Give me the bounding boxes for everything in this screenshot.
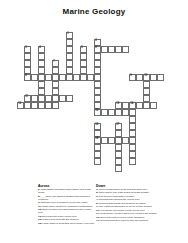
- crossword-cell[interactable]: [101, 109, 108, 116]
- empty-space: [115, 60, 122, 67]
- empty-space: [150, 60, 157, 67]
- empty-space: [157, 158, 164, 165]
- clue-item: 8) ___ shelf, the shallow seabed that bo…: [38, 195, 95, 201]
- crossword-cell[interactable]: [94, 95, 101, 102]
- crossword-cell[interactable]: 4: [38, 46, 45, 53]
- crossword-cell[interactable]: [94, 67, 101, 74]
- crossword-cell[interactable]: [66, 67, 73, 74]
- crossword-cell[interactable]: [94, 88, 101, 95]
- empty-space: [80, 39, 87, 46]
- crossword-cell[interactable]: [52, 88, 59, 95]
- crossword-cell[interactable]: [115, 144, 122, 151]
- empty-space: [150, 53, 157, 60]
- empty-space: [45, 123, 52, 130]
- empty-space: [10, 116, 17, 123]
- empty-space: [129, 95, 136, 102]
- empty-space: [143, 151, 150, 158]
- empty-space: [157, 102, 164, 109]
- empty-space: [45, 165, 52, 172]
- empty-space: [45, 151, 52, 158]
- empty-space: [136, 151, 143, 158]
- empty-space: [87, 123, 94, 130]
- crossword-cell[interactable]: [143, 102, 150, 109]
- empty-space: [150, 39, 157, 46]
- empty-space: [17, 123, 24, 130]
- crossword-cell[interactable]: [52, 95, 59, 102]
- crossword-cell[interactable]: [38, 81, 45, 88]
- crossword-cell[interactable]: 6: [94, 46, 101, 53]
- empty-space: [73, 123, 80, 130]
- crossword-cell[interactable]: [115, 165, 122, 172]
- empty-space: [136, 60, 143, 67]
- empty-space: [73, 39, 80, 46]
- empty-space: [101, 151, 108, 158]
- empty-space: [66, 109, 73, 116]
- empty-space: [108, 158, 115, 165]
- empty-space: [73, 116, 80, 123]
- down-clue-list: 1) River mouth where fresh and salt wate…: [96, 188, 182, 222]
- crossword-cell[interactable]: [80, 60, 87, 67]
- puzzle-title: Marine Geology: [0, 7, 188, 16]
- empty-space: [150, 109, 157, 116]
- cell-number: 1: [67, 33, 68, 36]
- empty-space: [10, 144, 17, 151]
- across-clues-column: Across 6) Underwater mountain chain wher…: [38, 184, 95, 225]
- empty-space: [73, 81, 80, 88]
- empty-space: [31, 151, 38, 158]
- empty-space: [150, 130, 157, 137]
- empty-space: [24, 165, 31, 172]
- empty-space: [59, 165, 66, 172]
- empty-space: [101, 95, 108, 102]
- crossword-cell[interactable]: [122, 109, 129, 116]
- empty-space: [101, 102, 108, 109]
- empty-space: [59, 130, 66, 137]
- empty-space: [10, 95, 17, 102]
- crossword-cell[interactable]: [94, 158, 101, 165]
- empty-space: [31, 165, 38, 172]
- crossword-cell[interactable]: [87, 74, 94, 81]
- empty-space: [157, 67, 164, 74]
- empty-space: [157, 165, 164, 172]
- empty-space: [38, 130, 45, 137]
- crossword-cell[interactable]: [150, 74, 157, 81]
- empty-space: [129, 32, 136, 39]
- empty-space: [122, 130, 129, 137]
- empty-space: [80, 95, 87, 102]
- empty-space: [108, 81, 115, 88]
- empty-space: [73, 158, 80, 165]
- empty-space: [108, 130, 115, 137]
- clue-number: 8): [38, 195, 41, 198]
- empty-space: [59, 137, 66, 144]
- empty-space: [66, 116, 73, 123]
- empty-space: [38, 109, 45, 116]
- empty-space: [45, 116, 52, 123]
- empty-space: [10, 39, 17, 46]
- crossword-cell[interactable]: 2: [94, 39, 101, 46]
- empty-space: [24, 39, 31, 46]
- empty-space: [129, 53, 136, 60]
- empty-space: [45, 53, 52, 60]
- empty-space: [143, 46, 150, 53]
- crossword-cell[interactable]: [157, 74, 164, 81]
- empty-space: [101, 39, 108, 46]
- crossword-cell[interactable]: 17: [115, 123, 122, 130]
- crossword-cell[interactable]: [52, 81, 59, 88]
- empty-space: [52, 116, 59, 123]
- empty-space: [24, 144, 31, 151]
- crossword-cell[interactable]: [80, 53, 87, 60]
- empty-space: [87, 53, 94, 60]
- empty-space: [108, 32, 115, 39]
- clue-item: 18) Large slabs of crust that move slowl…: [38, 222, 95, 225]
- empty-space: [66, 137, 73, 144]
- empty-space: [73, 102, 80, 109]
- crossword-cell[interactable]: [122, 137, 129, 144]
- empty-space: [52, 39, 59, 46]
- empty-space: [17, 39, 24, 46]
- crossword-cell[interactable]: [143, 88, 150, 95]
- crossword-cell[interactable]: [108, 137, 115, 144]
- empty-space: [10, 151, 17, 158]
- crossword-cell[interactable]: [101, 137, 108, 144]
- crossword-cell[interactable]: [38, 102, 45, 109]
- empty-space: [24, 116, 31, 123]
- empty-space: [143, 137, 150, 144]
- empty-space: [136, 109, 143, 116]
- empty-space: [10, 32, 17, 39]
- empty-space: [143, 158, 150, 165]
- empty-space: [31, 67, 38, 74]
- empty-space: [17, 116, 24, 123]
- empty-space: [108, 116, 115, 123]
- crossword-cell[interactable]: [66, 74, 73, 81]
- empty-space: [87, 39, 94, 46]
- empty-space: [59, 144, 66, 151]
- crossword-cell[interactable]: 8: [24, 74, 31, 81]
- crossword-cell[interactable]: [129, 151, 136, 158]
- empty-space: [73, 46, 80, 53]
- crossword-cell[interactable]: 15: [94, 109, 101, 116]
- crossword-cell[interactable]: [129, 130, 136, 137]
- empty-space: [101, 144, 108, 151]
- empty-space: [10, 88, 17, 95]
- empty-space: [45, 67, 52, 74]
- empty-space: [87, 151, 94, 158]
- empty-space: [31, 144, 38, 151]
- crossword-cell[interactable]: [115, 158, 122, 165]
- empty-space: [122, 116, 129, 123]
- empty-space: [52, 130, 59, 137]
- empty-space: [73, 95, 80, 102]
- crossword-cell[interactable]: 12: [17, 102, 24, 109]
- crossword-cell[interactable]: [143, 81, 150, 88]
- crossword-cell[interactable]: [24, 102, 31, 109]
- empty-space: [87, 67, 94, 74]
- empty-space: [87, 32, 94, 39]
- empty-space: [143, 123, 150, 130]
- crossword-cell[interactable]: 5: [80, 46, 87, 53]
- empty-space: [157, 88, 164, 95]
- cell-number: 16: [95, 124, 98, 127]
- empty-space: [73, 137, 80, 144]
- crossword-cell[interactable]: [129, 158, 136, 165]
- crossword-cell[interactable]: [80, 67, 87, 74]
- crossword-cell[interactable]: [80, 74, 87, 81]
- empty-space: [101, 81, 108, 88]
- empty-space: [66, 88, 73, 95]
- cell-number: 7: [53, 61, 54, 64]
- empty-space: [157, 123, 164, 130]
- empty-space: [17, 74, 24, 81]
- crossword-cell[interactable]: [31, 102, 38, 109]
- crossword-cell[interactable]: 3: [24, 46, 31, 53]
- cell-number: 17: [116, 124, 119, 127]
- empty-space: [87, 102, 94, 109]
- empty-space: [73, 67, 80, 74]
- crossword-cell[interactable]: [122, 102, 129, 109]
- empty-space: [150, 165, 157, 172]
- empty-space: [150, 67, 157, 74]
- empty-space: [66, 130, 73, 137]
- crossword-cell[interactable]: [115, 137, 122, 144]
- empty-space: [136, 130, 143, 137]
- empty-space: [80, 165, 87, 172]
- empty-space: [31, 32, 38, 39]
- empty-space: [87, 109, 94, 116]
- crossword-cell[interactable]: [94, 53, 101, 60]
- crossword-cell[interactable]: [52, 67, 59, 74]
- crossword-cell[interactable]: [115, 109, 122, 116]
- empty-space: [17, 53, 24, 60]
- empty-space: [59, 88, 66, 95]
- empty-space: [80, 88, 87, 95]
- empty-space: [108, 95, 115, 102]
- empty-space: [87, 46, 94, 53]
- crossword-cell[interactable]: 13: [115, 102, 122, 109]
- crossword-cell[interactable]: [94, 74, 101, 81]
- crossword-cell[interactable]: [94, 60, 101, 67]
- crossword-cell[interactable]: [59, 95, 66, 102]
- crossword-cell[interactable]: [38, 67, 45, 74]
- crossword-cell[interactable]: [136, 74, 143, 81]
- cell-number: 14: [130, 103, 133, 106]
- empty-space: [24, 81, 31, 88]
- empty-space: [129, 81, 136, 88]
- empty-space: [143, 130, 150, 137]
- empty-space: [24, 151, 31, 158]
- empty-space: [24, 123, 31, 130]
- empty-space: [157, 46, 164, 53]
- crossword-cell[interactable]: [59, 74, 66, 81]
- empty-space: [157, 151, 164, 158]
- crossword-cell[interactable]: [45, 95, 52, 102]
- crossword-cell[interactable]: [66, 39, 73, 46]
- empty-space: [150, 151, 157, 158]
- empty-space: [143, 60, 150, 67]
- crossword-cell[interactable]: [136, 102, 143, 109]
- clue-number: 17): [96, 219, 100, 222]
- empty-space: [136, 123, 143, 130]
- crossword-cell[interactable]: 14: [129, 102, 136, 109]
- crossword-cell[interactable]: [38, 60, 45, 67]
- crossword-cell[interactable]: [24, 60, 31, 67]
- empty-space: [10, 46, 17, 53]
- empty-space: [73, 53, 80, 60]
- empty-space: [143, 39, 150, 46]
- empty-space: [52, 158, 59, 165]
- crossword-cell[interactable]: [38, 95, 45, 102]
- empty-space: [87, 95, 94, 102]
- empty-space: [87, 116, 94, 123]
- empty-space: [38, 165, 45, 172]
- cell-number: 2: [95, 40, 96, 43]
- crossword-cell[interactable]: [150, 102, 157, 109]
- crossword-cell[interactable]: [115, 151, 122, 158]
- crossword-cell[interactable]: 16: [94, 123, 101, 130]
- crossword-cell[interactable]: [129, 116, 136, 123]
- crossword-cell[interactable]: [45, 74, 52, 81]
- empty-space: [73, 32, 80, 39]
- empty-space: [143, 116, 150, 123]
- empty-space: [31, 158, 38, 165]
- crossword-cell[interactable]: [45, 102, 52, 109]
- empty-space: [80, 102, 87, 109]
- empty-space: [45, 158, 52, 165]
- crossword-cell[interactable]: [94, 102, 101, 109]
- empty-space: [31, 60, 38, 67]
- empty-space: [122, 81, 129, 88]
- crossword-cell[interactable]: [101, 46, 108, 53]
- empty-space: [52, 109, 59, 116]
- empty-space: [157, 95, 164, 102]
- crossword-cell[interactable]: [122, 46, 129, 53]
- empty-space: [66, 158, 73, 165]
- empty-space: [143, 165, 150, 172]
- empty-space: [101, 32, 108, 39]
- crossword-cell[interactable]: [24, 53, 31, 60]
- empty-space: [45, 109, 52, 116]
- crossword-cell[interactable]: [73, 74, 80, 81]
- empty-space: [52, 151, 59, 158]
- empty-space: [45, 88, 52, 95]
- empty-space: [24, 88, 31, 95]
- empty-space: [17, 95, 24, 102]
- empty-space: [31, 88, 38, 95]
- crossword-cell[interactable]: [129, 137, 136, 144]
- empty-space: [150, 88, 157, 95]
- empty-space: [52, 123, 59, 130]
- crossword-cell[interactable]: 11: [24, 95, 31, 102]
- empty-space: [59, 53, 66, 60]
- crossword-cell[interactable]: [108, 46, 115, 53]
- crossword-cell[interactable]: [94, 151, 101, 158]
- crossword-cell[interactable]: [115, 130, 122, 137]
- empty-space: [24, 32, 31, 39]
- empty-space: [59, 60, 66, 67]
- crossword-cell[interactable]: [38, 74, 45, 81]
- empty-space: [10, 158, 17, 165]
- crossword-cell[interactable]: 7: [52, 60, 59, 67]
- empty-space: [136, 116, 143, 123]
- crossword-cell[interactable]: [129, 123, 136, 130]
- crossword-cell[interactable]: [24, 67, 31, 74]
- empty-space: [122, 74, 129, 81]
- empty-space: [150, 32, 157, 39]
- crossword-cell[interactable]: [66, 46, 73, 53]
- crossword-cell[interactable]: 10: [143, 74, 150, 81]
- empty-space: [136, 32, 143, 39]
- crossword-cell[interactable]: [115, 46, 122, 53]
- crossword-cell[interactable]: 9: [129, 74, 136, 81]
- crossword-cell[interactable]: 18: [94, 137, 101, 144]
- empty-space: [52, 137, 59, 144]
- empty-space: [115, 53, 122, 60]
- empty-space: [38, 32, 45, 39]
- crossword-cell[interactable]: [52, 74, 59, 81]
- crossword-cell[interactable]: [94, 144, 101, 151]
- empty-space: [73, 88, 80, 95]
- crossword-page: { "game": "crossword", "title": "Marine …: [0, 0, 188, 243]
- crossword-cell[interactable]: [66, 60, 73, 67]
- empty-space: [150, 95, 157, 102]
- empty-space: [115, 67, 122, 74]
- empty-space: [101, 165, 108, 172]
- empty-space: [80, 137, 87, 144]
- crossword-cell[interactable]: [31, 74, 38, 81]
- empty-space: [24, 130, 31, 137]
- cell-number: 15: [95, 110, 98, 113]
- crossword-cell[interactable]: [31, 95, 38, 102]
- empty-space: [101, 67, 108, 74]
- empty-space: [59, 158, 66, 165]
- empty-space: [59, 116, 66, 123]
- empty-space: [38, 116, 45, 123]
- crossword-cell[interactable]: [94, 81, 101, 88]
- empty-space: [45, 60, 52, 67]
- crossword-cell[interactable]: [108, 109, 115, 116]
- empty-space: [17, 67, 24, 74]
- crossword-cell[interactable]: [94, 130, 101, 137]
- crossword-cell[interactable]: [52, 102, 59, 109]
- clue-number: 6): [38, 188, 41, 191]
- empty-space: [150, 144, 157, 151]
- empty-space: [157, 130, 164, 137]
- empty-space: [80, 81, 87, 88]
- empty-space: [17, 130, 24, 137]
- crossword-cell[interactable]: [38, 53, 45, 60]
- crossword-cell[interactable]: 1: [66, 32, 73, 39]
- crossword-cell[interactable]: [38, 88, 45, 95]
- crossword-cell[interactable]: [129, 144, 136, 151]
- empty-space: [17, 151, 24, 158]
- empty-space: [38, 158, 45, 165]
- empty-space: [10, 53, 17, 60]
- empty-space: [10, 165, 17, 172]
- empty-space: [17, 32, 24, 39]
- empty-space: [150, 158, 157, 165]
- empty-space: [136, 81, 143, 88]
- empty-space: [45, 137, 52, 144]
- crossword-cell[interactable]: [66, 53, 73, 60]
- crossword-cell[interactable]: [66, 95, 73, 102]
- empty-space: [108, 53, 115, 60]
- empty-space: [115, 32, 122, 39]
- crossword-cell[interactable]: [143, 95, 150, 102]
- empty-space: [150, 137, 157, 144]
- crossword-cell[interactable]: [129, 109, 136, 116]
